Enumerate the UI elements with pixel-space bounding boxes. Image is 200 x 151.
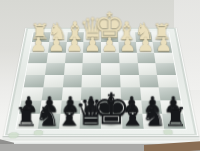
- square-c3: [119, 52, 138, 63]
- square-c2: ♟: [118, 42, 136, 52]
- piece-shadow: [21, 108, 38, 113]
- square-d2: ♟: [101, 42, 119, 52]
- square-a8: ♜: [162, 114, 185, 129]
- piece-white-king: ♚: [94, 8, 125, 43]
- square-c1: ♝: [118, 32, 136, 42]
- square-e3: [83, 52, 101, 63]
- square-b4: [137, 63, 157, 75]
- square-b7: ♟: [141, 100, 163, 114]
- piece-shadow: [124, 122, 141, 127]
- square-f1: ♝: [66, 32, 84, 42]
- chess-set-photo: ♜♞♝♛♚♝♞♜♟♟♟♟♟♟♟♟♟♟♟♟♟♟♟♟♜♞♝♛♚♝♞♜: [0, 0, 200, 151]
- square-h7: ♟: [19, 100, 41, 114]
- square-g7: ♟: [40, 100, 62, 114]
- square-a1: ♜: [152, 32, 171, 42]
- square-d3: [101, 52, 119, 63]
- piece-shadow: [42, 108, 59, 113]
- piece-shadow: [68, 38, 82, 41]
- square-f4: [64, 63, 83, 75]
- square-a3: [154, 52, 174, 63]
- square-g2: ♟: [48, 42, 67, 52]
- square-f7: ♟: [60, 100, 81, 114]
- square-g4: [45, 63, 65, 75]
- square-f8: ♝: [59, 114, 81, 129]
- square-f2: ♟: [66, 42, 84, 52]
- square-h8: ♜: [16, 114, 39, 129]
- piece-shadow: [137, 38, 151, 41]
- square-d4: [101, 63, 120, 75]
- piece-shadow: [32, 48, 47, 52]
- square-c4: [119, 63, 138, 75]
- piece-shadow: [50, 48, 64, 52]
- square-h1: ♜: [32, 32, 51, 42]
- square-b6: [140, 87, 161, 100]
- square-e1: ♛: [84, 32, 101, 42]
- square-e2: ♟: [83, 42, 101, 52]
- piece-shadow: [145, 122, 162, 127]
- piece-shadow: [155, 48, 170, 52]
- square-a5: [157, 75, 178, 87]
- piece-shadow: [120, 38, 134, 41]
- square-b2: ♟: [136, 42, 155, 52]
- piece-shadow: [120, 48, 134, 52]
- square-d8: ♚: [101, 114, 122, 129]
- piece-shadow: [40, 122, 57, 127]
- piece-shadow: [103, 108, 119, 113]
- square-f6: [61, 87, 81, 100]
- square-d6: [101, 87, 121, 100]
- piece-shadow: [85, 38, 99, 41]
- piece-shadow: [51, 38, 65, 41]
- piece-shadow: [103, 38, 117, 41]
- piece-shadow: [67, 48, 81, 52]
- piece-shadow: [123, 108, 140, 113]
- square-e5: [82, 75, 101, 87]
- square-f5: [62, 75, 82, 87]
- piece-shadow: [103, 48, 117, 52]
- square-g6: [41, 87, 62, 100]
- square-g8: ♞: [38, 114, 60, 129]
- square-b8: ♞: [142, 114, 164, 129]
- square-d7: ♟: [101, 100, 121, 114]
- square-b3: [136, 52, 155, 63]
- piece-shadow: [166, 122, 184, 127]
- square-e7: ♟: [81, 100, 101, 114]
- square-g3: [46, 52, 65, 63]
- chess-board: ♜♞♝♛♚♝♞♜♟♟♟♟♟♟♟♟♟♟♟♟♟♟♟♟♜♞♝♛♚♝♞♜: [4, 28, 199, 136]
- square-b1: ♞: [135, 32, 153, 42]
- square-d5: [101, 75, 120, 87]
- piece-shadow: [154, 38, 168, 41]
- board-grid: ♜♞♝♛♚♝♞♜♟♟♟♟♟♟♟♟♟♟♟♟♟♟♟♟♜♞♝♛♚♝♞♜: [16, 32, 185, 128]
- glass-foot-icon: [163, 129, 173, 134]
- square-a2: ♟: [153, 42, 172, 52]
- square-a6: [159, 87, 181, 100]
- square-b5: [139, 75, 159, 87]
- square-d1: ♚: [101, 32, 118, 42]
- piece-shadow: [34, 38, 48, 41]
- square-c7: ♟: [121, 100, 142, 114]
- piece-shadow: [83, 108, 99, 113]
- piece-shadow: [62, 108, 79, 113]
- piece-shadow: [143, 108, 160, 113]
- square-g5: [43, 75, 63, 87]
- square-h3: [28, 52, 48, 63]
- glass-foot-icon: [34, 130, 44, 135]
- piece-shadow: [138, 48, 152, 52]
- square-c6: [120, 87, 140, 100]
- square-h2: ♟: [30, 42, 49, 52]
- square-a7: ♟: [161, 100, 183, 114]
- square-e6: [81, 87, 101, 100]
- square-e4: [82, 63, 101, 75]
- square-h4: [26, 63, 46, 75]
- piece-white-queen: ♛: [79, 14, 106, 44]
- square-c8: ♝: [121, 114, 143, 129]
- piece-shadow: [19, 122, 37, 127]
- piece-shadow: [103, 122, 120, 127]
- piece-shadow: [164, 108, 181, 113]
- piece-shadow: [61, 122, 78, 127]
- square-f3: [65, 52, 84, 63]
- piece-shadow: [82, 122, 99, 127]
- square-e8: ♛: [80, 114, 101, 129]
- square-c5: [120, 75, 140, 87]
- piece-shadow: [85, 48, 99, 52]
- square-g1: ♞: [49, 32, 67, 42]
- square-h6: [21, 87, 43, 100]
- square-h5: [24, 75, 45, 87]
- square-a4: [156, 63, 176, 75]
